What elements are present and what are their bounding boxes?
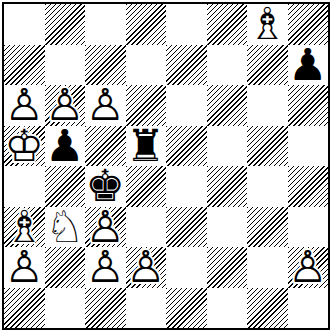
square-a2[interactable]: ♟♙ — [4, 247, 45, 288]
square-d5[interactable]: ♜♜ — [126, 126, 167, 167]
square-g6[interactable] — [247, 85, 288, 126]
square-e1[interactable] — [166, 288, 207, 329]
square-g3[interactable] — [247, 207, 288, 248]
black-rook-icon: ♜ — [126, 126, 167, 167]
piece-halo: ♟ — [126, 247, 167, 288]
square-c7[interactable] — [85, 45, 126, 86]
square-b1[interactable] — [45, 288, 86, 329]
piece-halo: ♟ — [85, 85, 126, 126]
square-g8[interactable]: ♝♗ — [247, 4, 288, 45]
piece-halo: ♟ — [4, 247, 45, 288]
square-b5[interactable]: ♟♟ — [45, 126, 86, 167]
piece-halo: ♝ — [4, 207, 45, 248]
square-b6[interactable]: ♟♙ — [45, 85, 86, 126]
square-d8[interactable] — [126, 4, 167, 45]
square-a7[interactable] — [4, 45, 45, 86]
square-g4[interactable] — [247, 166, 288, 207]
square-d2[interactable]: ♟♙ — [126, 247, 167, 288]
square-e5[interactable] — [166, 126, 207, 167]
white-pawn-icon: ♙ — [45, 85, 86, 126]
white-pawn-icon: ♙ — [4, 247, 45, 288]
square-h1[interactable] — [288, 288, 329, 329]
square-f4[interactable] — [207, 166, 248, 207]
piece-halo: ♟ — [85, 207, 126, 248]
chess-diagram: ♝♗♟♟♟♙♟♙♟♙♚♔♟♟♜♜♚♚♝♗♞♘♟♙♟♙♟♙♟♙♟♙ — [0, 0, 332, 332]
square-h4[interactable] — [288, 166, 329, 207]
white-king-icon: ♔ — [4, 126, 45, 167]
square-b2[interactable] — [45, 247, 86, 288]
white-pawn-icon: ♙ — [85, 247, 126, 288]
piece-halo: ♝ — [247, 4, 288, 45]
square-f7[interactable] — [207, 45, 248, 86]
square-c3[interactable]: ♟♙ — [85, 207, 126, 248]
square-e2[interactable] — [166, 247, 207, 288]
square-f5[interactable] — [207, 126, 248, 167]
square-h8[interactable] — [288, 4, 329, 45]
square-h5[interactable] — [288, 126, 329, 167]
square-c4[interactable]: ♚♚ — [85, 166, 126, 207]
square-h6[interactable] — [288, 85, 329, 126]
white-pawn-icon: ♙ — [4, 85, 45, 126]
black-king-icon: ♚ — [85, 166, 126, 207]
square-f6[interactable] — [207, 85, 248, 126]
square-d4[interactable] — [126, 166, 167, 207]
square-f2[interactable] — [207, 247, 248, 288]
piece-halo: ♚ — [4, 126, 45, 167]
square-a1[interactable] — [4, 288, 45, 329]
square-a3[interactable]: ♝♗ — [4, 207, 45, 248]
piece-halo: ♟ — [85, 247, 126, 288]
piece-halo: ♚ — [85, 166, 126, 207]
square-b3[interactable]: ♞♘ — [45, 207, 86, 248]
square-d1[interactable] — [126, 288, 167, 329]
piece-halo: ♟ — [4, 85, 45, 126]
piece-halo: ♟ — [288, 247, 329, 288]
piece-halo: ♞ — [45, 207, 86, 248]
square-f8[interactable] — [207, 4, 248, 45]
square-g2[interactable] — [247, 247, 288, 288]
square-a8[interactable] — [4, 4, 45, 45]
square-e3[interactable] — [166, 207, 207, 248]
square-h3[interactable] — [288, 207, 329, 248]
square-g1[interactable] — [247, 288, 288, 329]
white-pawn-icon: ♙ — [85, 207, 126, 248]
square-d7[interactable] — [126, 45, 167, 86]
white-pawn-icon: ♙ — [85, 85, 126, 126]
piece-halo: ♜ — [126, 126, 167, 167]
square-b7[interactable] — [45, 45, 86, 86]
square-e6[interactable] — [166, 85, 207, 126]
square-a6[interactable]: ♟♙ — [4, 85, 45, 126]
square-h7[interactable]: ♟♟ — [288, 45, 329, 86]
square-c2[interactable]: ♟♙ — [85, 247, 126, 288]
white-bishop-icon: ♗ — [247, 4, 288, 45]
square-d3[interactable] — [126, 207, 167, 248]
square-c1[interactable] — [85, 288, 126, 329]
piece-halo: ♟ — [288, 45, 329, 86]
black-pawn-icon: ♟ — [45, 126, 86, 167]
piece-halo: ♟ — [45, 85, 86, 126]
white-bishop-icon: ♗ — [4, 207, 45, 248]
square-a4[interactable] — [4, 166, 45, 207]
white-knight-icon: ♘ — [45, 207, 86, 248]
square-e4[interactable] — [166, 166, 207, 207]
square-c8[interactable] — [85, 4, 126, 45]
square-d6[interactable] — [126, 85, 167, 126]
square-g5[interactable] — [247, 126, 288, 167]
board-frame: ♝♗♟♟♟♙♟♙♟♙♚♔♟♟♜♜♚♚♝♗♞♘♟♙♟♙♟♙♟♙♟♙ — [2, 2, 330, 330]
square-a5[interactable]: ♚♔ — [4, 126, 45, 167]
square-e8[interactable] — [166, 4, 207, 45]
white-pawn-icon: ♙ — [126, 247, 167, 288]
square-c6[interactable]: ♟♙ — [85, 85, 126, 126]
square-g7[interactable] — [247, 45, 288, 86]
black-pawn-icon: ♟ — [288, 45, 329, 86]
square-f3[interactable] — [207, 207, 248, 248]
square-h2[interactable]: ♟♙ — [288, 247, 329, 288]
square-b8[interactable] — [45, 4, 86, 45]
square-b4[interactable] — [45, 166, 86, 207]
square-f1[interactable] — [207, 288, 248, 329]
square-c5[interactable] — [85, 126, 126, 167]
piece-halo: ♟ — [45, 126, 86, 167]
white-pawn-icon: ♙ — [288, 247, 329, 288]
chess-board[interactable]: ♝♗♟♟♟♙♟♙♟♙♚♔♟♟♜♜♚♚♝♗♞♘♟♙♟♙♟♙♟♙♟♙ — [4, 4, 328, 328]
square-e7[interactable] — [166, 45, 207, 86]
